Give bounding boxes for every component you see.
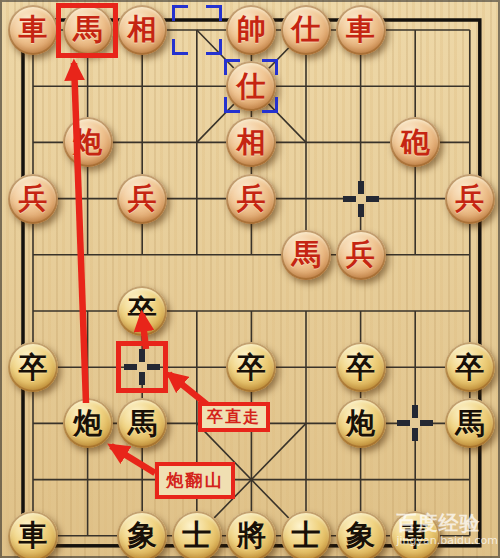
piece-glyph: 相 — [237, 128, 266, 157]
piece-red-chariot[interactable]: 車 — [8, 5, 58, 55]
piece-black-soldier[interactable]: 卒 — [336, 342, 386, 392]
piece-glyph: 卒 — [346, 353, 375, 382]
piece-red-advisor[interactable]: 仕 — [281, 5, 331, 55]
xiangqi-board-screenshot: 車馬相帥仕車仕炮相砲兵兵兵兵馬兵卒卒卒卒卒炮馬炮馬車象士將士象車 卒直走炮翻山 … — [0, 0, 500, 558]
piece-red-soldier[interactable]: 兵 — [336, 230, 386, 280]
piece-glyph: 車 — [18, 15, 47, 44]
piece-black-soldier[interactable]: 卒 — [226, 342, 276, 392]
piece-glyph: 卒 — [237, 353, 266, 382]
annotation-label: 炮翻山 — [155, 462, 235, 499]
piece-glyph: 車 — [401, 521, 430, 550]
highlight-box — [116, 341, 168, 393]
piece-glyph: 炮 — [73, 128, 102, 157]
piece-red-soldier[interactable]: 兵 — [8, 174, 58, 224]
piece-glyph: 象 — [346, 521, 375, 550]
piece-black-cannon[interactable]: 炮 — [336, 398, 386, 448]
piece-black-horse[interactable]: 馬 — [445, 398, 495, 448]
piece-black-elephant[interactable]: 象 — [336, 511, 386, 558]
annotation-label: 卒直走 — [198, 402, 270, 432]
piece-glyph: 車 — [18, 521, 47, 550]
piece-black-general[interactable]: 將 — [226, 511, 276, 558]
piece-glyph: 砲 — [401, 128, 430, 157]
piece-black-chariot[interactable]: 車 — [8, 511, 58, 558]
piece-glyph: 士 — [182, 521, 211, 550]
piece-red-elephant[interactable]: 相 — [117, 5, 167, 55]
piece-red-cannon[interactable]: 砲 — [390, 117, 440, 167]
piece-glyph: 卒 — [18, 353, 47, 382]
piece-red-chariot[interactable]: 車 — [336, 5, 386, 55]
piece-black-soldier[interactable]: 卒 — [117, 286, 167, 336]
piece-red-horse[interactable]: 馬 — [281, 230, 331, 280]
piece-glyph: 炮 — [346, 409, 375, 438]
piece-black-advisor[interactable]: 士 — [281, 511, 331, 558]
piece-glyph: 兵 — [346, 240, 375, 269]
piece-glyph: 帥 — [237, 15, 266, 44]
piece-black-chariot[interactable]: 車 — [390, 511, 440, 558]
piece-glyph: 兵 — [128, 184, 157, 213]
piece-glyph: 仕 — [291, 15, 320, 44]
piece-black-elephant[interactable]: 象 — [117, 511, 167, 558]
piece-glyph: 象 — [128, 521, 157, 550]
piece-red-elephant[interactable]: 相 — [226, 117, 276, 167]
piece-glyph: 車 — [346, 15, 375, 44]
piece-red-general[interactable]: 帥 — [226, 5, 276, 55]
piece-red-cannon[interactable]: 炮 — [63, 117, 113, 167]
piece-red-soldier[interactable]: 兵 — [117, 174, 167, 224]
piece-black-horse[interactable]: 馬 — [117, 398, 167, 448]
move-destination-marker — [224, 59, 278, 113]
move-source-marker — [172, 5, 222, 55]
piece-glyph: 兵 — [237, 184, 266, 213]
piece-glyph: 馬 — [291, 240, 320, 269]
piece-glyph: 士 — [291, 521, 320, 550]
piece-red-soldier[interactable]: 兵 — [226, 174, 276, 224]
piece-glyph: 馬 — [128, 409, 157, 438]
piece-black-cannon[interactable]: 炮 — [63, 398, 113, 448]
piece-black-advisor[interactable]: 士 — [172, 511, 222, 558]
piece-red-soldier[interactable]: 兵 — [445, 174, 495, 224]
piece-glyph: 兵 — [455, 184, 484, 213]
piece-glyph: 相 — [128, 15, 157, 44]
piece-glyph: 卒 — [128, 296, 157, 325]
piece-glyph: 馬 — [455, 409, 484, 438]
piece-glyph: 卒 — [455, 353, 484, 382]
highlight-box — [56, 3, 118, 58]
piece-black-soldier[interactable]: 卒 — [445, 342, 495, 392]
piece-black-soldier[interactable]: 卒 — [8, 342, 58, 392]
piece-glyph: 將 — [237, 521, 266, 550]
piece-glyph: 炮 — [73, 409, 102, 438]
piece-glyph: 兵 — [18, 184, 47, 213]
